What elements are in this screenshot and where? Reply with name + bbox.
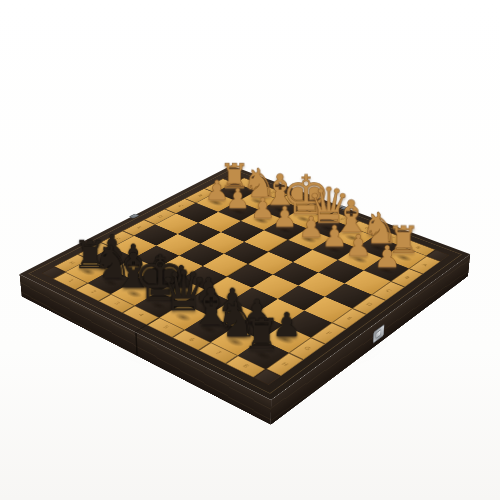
coordinate-mark: D: [156, 215, 164, 219]
coordinate-mark: 3: [291, 200, 298, 203]
folding-chess-box: 12345678A♜♞♝♚♛♝♞♜AB♟♟♟♟♟♟♟♟BCCDDEEFFG♟♟♟…: [19, 165, 470, 400]
piece-shadow: [97, 253, 125, 266]
coordinate-mark: G: [91, 249, 99, 253]
coordinate-mark: 2: [269, 191, 276, 194]
coordinate-mark: 5: [162, 325, 170, 330]
scene: 12345678A♜♞♝♚♛♝♞♜AB♟♟♟♟♟♟♟♟BCCDDEEFFG♟♟♟…: [0, 0, 500, 500]
clasp-loop-icon: [375, 329, 381, 339]
coordinate-mark: E: [345, 316, 353, 320]
hinge-icon: [337, 205, 348, 210]
clasp-icon: [373, 324, 385, 344]
coordinate-mark: 1: [66, 279, 74, 283]
clasp-hook-icon: [129, 213, 140, 218]
coordinate-mark: 1: [247, 183, 254, 186]
coordinate-mark: A: [421, 263, 428, 267]
coordinate-mark: E: [136, 226, 143, 229]
board-top-face: 12345678A♜♞♝♚♛♝♞♜AB♟♟♟♟♟♟♟♟BCCDDEEFFG♟♟♟…: [19, 165, 470, 400]
square-e3: [244, 230, 288, 251]
coordinate-mark: 8: [414, 246, 421, 250]
coordinate-mark: 8: [241, 364, 249, 369]
coordinate-mark: 4: [137, 313, 145, 317]
coordinate-mark: 5: [338, 217, 345, 220]
photo-stage: 12345678A♜♞♝♚♛♝♞♜AB♟♟♟♟♟♟♟♟BCCDDEEFFG♟♟♟…: [0, 0, 500, 500]
square-g6: [134, 246, 179, 268]
board-grid: 12345678A♜♞♝♚♛♝♞♜AB♟♟♟♟♟♟♟♟BCCDDEEFFG♟♟♟…: [41, 174, 450, 386]
coordinate-mark: 6: [363, 227, 370, 230]
coordinate-mark: F: [114, 237, 121, 240]
coordinate-mark: 4: [315, 208, 322, 211]
coordinate-mark: 7: [388, 236, 395, 240]
piece-shadow: [345, 253, 373, 267]
piece-shadow: [247, 347, 279, 364]
piece-shadow: [371, 263, 400, 277]
coordinate-mark: B: [403, 276, 411, 280]
coordinate-mark: 2: [89, 290, 97, 294]
coordinate-mark: H: [68, 261, 76, 265]
coordinate-mark: H: [280, 362, 289, 367]
coordinate-mark: C: [385, 289, 393, 293]
coordinate-mark: C: [177, 204, 184, 207]
piece-shadow: [96, 276, 124, 290]
coordinate-mark: 7: [214, 351, 222, 356]
coordinate-mark: G: [303, 346, 312, 351]
coordinate-mark: D: [365, 302, 373, 307]
coordinate-mark: A: [216, 184, 223, 187]
coordinate-mark: F: [325, 331, 333, 336]
coordinate-mark: 3: [113, 301, 121, 305]
coordinate-mark: 6: [187, 338, 195, 343]
coordinate-mark: B: [197, 194, 204, 197]
